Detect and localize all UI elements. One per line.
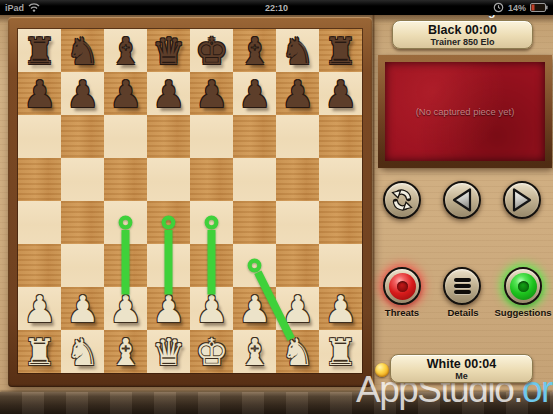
square-b4[interactable] bbox=[61, 201, 104, 244]
bottom-menu-bar bbox=[0, 392, 553, 414]
black-rook[interactable]: ♜ bbox=[18, 29, 61, 72]
chess-board[interactable]: ♜♞♝♛♚♝♞♜♟♟♟♟♟♟♟♟♟♟♟♟♟♟♟♟♜♞♝♛♚♝♞♜ bbox=[18, 29, 362, 373]
suggestions-led-icon bbox=[510, 273, 537, 300]
square-b5[interactable] bbox=[61, 158, 104, 201]
black-pawn[interactable]: ♟ bbox=[319, 72, 362, 115]
square-e2[interactable]: ♟ bbox=[190, 287, 233, 330]
square-e1[interactable]: ♚ bbox=[190, 330, 233, 373]
black-player-name: Trainer 850 Elo bbox=[393, 37, 532, 47]
white-pawn[interactable]: ♟ bbox=[190, 287, 233, 330]
square-f7[interactable]: ♟ bbox=[233, 72, 276, 115]
captured-pieces-tray: (No captured piece yet) bbox=[378, 55, 552, 168]
details-label: Details bbox=[447, 307, 478, 318]
square-e5[interactable] bbox=[190, 158, 233, 201]
turn-indicator-dot bbox=[375, 363, 389, 377]
square-f3[interactable] bbox=[233, 244, 276, 287]
square-a1[interactable]: ♜ bbox=[18, 330, 61, 373]
white-pawn[interactable]: ♟ bbox=[61, 287, 104, 330]
square-c1[interactable]: ♝ bbox=[104, 330, 147, 373]
square-b2[interactable]: ♟ bbox=[61, 287, 104, 330]
square-g4[interactable] bbox=[276, 201, 319, 244]
white-clock-button[interactable]: White 00:04 Me bbox=[390, 354, 533, 383]
square-d6[interactable] bbox=[147, 115, 190, 158]
white-knight[interactable]: ♞ bbox=[276, 330, 319, 373]
square-h5[interactable] bbox=[319, 158, 362, 201]
black-clock-button[interactable]: Black 00:00 Trainer 850 Elo bbox=[392, 20, 533, 49]
black-bishop[interactable]: ♝ bbox=[233, 29, 276, 72]
threats-led-icon bbox=[389, 273, 416, 300]
black-queen[interactable]: ♛ bbox=[147, 29, 190, 72]
white-pawn[interactable]: ♟ bbox=[319, 287, 362, 330]
black-pawn[interactable]: ♟ bbox=[276, 72, 319, 115]
square-g6[interactable] bbox=[276, 115, 319, 158]
black-knight[interactable]: ♞ bbox=[276, 29, 319, 72]
square-b7[interactable]: ♟ bbox=[61, 72, 104, 115]
square-e6[interactable] bbox=[190, 115, 233, 158]
square-c3[interactable] bbox=[104, 244, 147, 287]
clock-time: 22:10 bbox=[0, 3, 553, 13]
white-pawn[interactable]: ♟ bbox=[276, 287, 319, 330]
square-d4[interactable] bbox=[147, 201, 190, 244]
black-pawn[interactable]: ♟ bbox=[233, 72, 276, 115]
black-pawn[interactable]: ♟ bbox=[104, 72, 147, 115]
square-e7[interactable]: ♟ bbox=[190, 72, 233, 115]
white-pawn[interactable]: ♟ bbox=[18, 287, 61, 330]
square-g2[interactable]: ♟ bbox=[276, 287, 319, 330]
suggestions-label: Suggestions bbox=[494, 307, 551, 318]
board-frame: ♜♞♝♛♚♝♞♜♟♟♟♟♟♟♟♟♟♟♟♟♟♟♟♟♜♞♝♛♚♝♞♜ bbox=[8, 17, 372, 387]
square-h7[interactable]: ♟ bbox=[319, 72, 362, 115]
square-b3[interactable] bbox=[61, 244, 104, 287]
white-rook[interactable]: ♜ bbox=[319, 330, 362, 373]
square-a8[interactable]: ♜ bbox=[18, 29, 61, 72]
square-b6[interactable] bbox=[61, 115, 104, 158]
threats-label: Threats bbox=[385, 307, 419, 318]
square-f2[interactable]: ♟ bbox=[233, 287, 276, 330]
square-c6[interactable] bbox=[104, 115, 147, 158]
square-b8[interactable]: ♞ bbox=[61, 29, 104, 72]
app-screen: iPad 22:10 14% ♜♞♝♛♚♝♞♜♟♟♟♟♟♟♟♟♟♟♟♟♟♟♟♟♜ bbox=[0, 0, 553, 414]
square-c4[interactable] bbox=[104, 201, 147, 244]
square-h6[interactable] bbox=[319, 115, 362, 158]
threats-toggle-button[interactable] bbox=[383, 267, 421, 305]
black-pawn[interactable]: ♟ bbox=[147, 72, 190, 115]
square-e3[interactable] bbox=[190, 244, 233, 287]
rotate-icon bbox=[390, 188, 414, 212]
black-rook[interactable]: ♜ bbox=[319, 29, 362, 72]
square-e4[interactable] bbox=[190, 201, 233, 244]
square-a2[interactable]: ♟ bbox=[18, 287, 61, 330]
white-clock-time: White 00:04 bbox=[391, 357, 532, 371]
square-a3[interactable] bbox=[18, 244, 61, 287]
square-f4[interactable] bbox=[233, 201, 276, 244]
white-king[interactable]: ♚ bbox=[190, 330, 233, 373]
square-b1[interactable]: ♞ bbox=[61, 330, 104, 373]
white-pawn[interactable]: ♟ bbox=[147, 287, 190, 330]
square-g7[interactable]: ♟ bbox=[276, 72, 319, 115]
details-list-icon bbox=[454, 278, 471, 294]
white-bishop[interactable]: ♝ bbox=[104, 330, 147, 373]
square-c5[interactable] bbox=[104, 158, 147, 201]
wood-plank-seam bbox=[372, 15, 375, 392]
white-queen[interactable]: ♛ bbox=[147, 330, 190, 373]
white-pawn[interactable]: ♟ bbox=[233, 287, 276, 330]
black-bishop[interactable]: ♝ bbox=[104, 29, 147, 72]
square-d3[interactable] bbox=[147, 244, 190, 287]
captured-tray-empty-text: (No captured piece yet) bbox=[416, 106, 515, 117]
square-g1[interactable]: ♞ bbox=[276, 330, 319, 373]
square-g8[interactable]: ♞ bbox=[276, 29, 319, 72]
square-a7[interactable]: ♟ bbox=[18, 72, 61, 115]
black-pawn[interactable]: ♟ bbox=[18, 72, 61, 115]
square-a6[interactable] bbox=[18, 115, 61, 158]
white-rook[interactable]: ♜ bbox=[18, 330, 61, 373]
square-e8[interactable]: ♚ bbox=[190, 29, 233, 72]
black-knight[interactable]: ♞ bbox=[61, 29, 104, 72]
black-pawn[interactable]: ♟ bbox=[61, 72, 104, 115]
back-arrow-icon bbox=[449, 187, 475, 213]
suggestions-toggle-button[interactable] bbox=[504, 267, 542, 305]
white-bishop[interactable]: ♝ bbox=[233, 330, 276, 373]
square-h4[interactable] bbox=[319, 201, 362, 244]
square-a5[interactable] bbox=[18, 158, 61, 201]
status-bar: iPad 22:10 14% bbox=[0, 0, 553, 15]
square-d5[interactable] bbox=[147, 158, 190, 201]
square-d8[interactable]: ♛ bbox=[147, 29, 190, 72]
black-clock-time: Black 00:00 bbox=[393, 23, 532, 37]
black-pawn[interactable]: ♟ bbox=[190, 72, 233, 115]
white-knight[interactable]: ♞ bbox=[61, 330, 104, 373]
square-h3[interactable] bbox=[319, 244, 362, 287]
square-c7[interactable]: ♟ bbox=[104, 72, 147, 115]
square-a4[interactable] bbox=[18, 201, 61, 244]
white-player-name: Me bbox=[391, 371, 532, 381]
white-pawn[interactable]: ♟ bbox=[104, 287, 147, 330]
square-f5[interactable] bbox=[233, 158, 276, 201]
square-f1[interactable]: ♝ bbox=[233, 330, 276, 373]
square-g3[interactable] bbox=[276, 244, 319, 287]
next-move-button[interactable] bbox=[503, 181, 541, 219]
square-d2[interactable]: ♟ bbox=[147, 287, 190, 330]
black-king[interactable]: ♚ bbox=[190, 29, 233, 72]
square-h8[interactable]: ♜ bbox=[319, 29, 362, 72]
square-c8[interactable]: ♝ bbox=[104, 29, 147, 72]
square-c2[interactable]: ♟ bbox=[104, 287, 147, 330]
square-f8[interactable]: ♝ bbox=[233, 29, 276, 72]
previous-move-button[interactable] bbox=[443, 181, 481, 219]
details-button[interactable] bbox=[443, 267, 481, 305]
square-h1[interactable]: ♜ bbox=[319, 330, 362, 373]
square-f6[interactable] bbox=[233, 115, 276, 158]
square-d7[interactable]: ♟ bbox=[147, 72, 190, 115]
forward-arrow-icon bbox=[509, 187, 535, 213]
square-g5[interactable] bbox=[276, 158, 319, 201]
square-h2[interactable]: ♟ bbox=[319, 287, 362, 330]
rotate-board-button[interactable] bbox=[383, 181, 421, 219]
square-d1[interactable]: ♛ bbox=[147, 330, 190, 373]
